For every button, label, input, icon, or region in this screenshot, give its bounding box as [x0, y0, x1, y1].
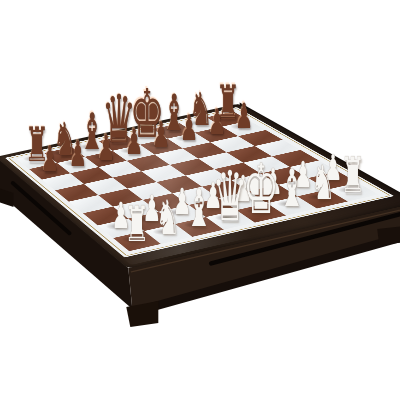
piece-white-bishop-c1: ♝	[186, 183, 213, 235]
pieces-layer: ♜♞♝♛♚♝♞♜♟♟♟♟♟♟♟♟♟♟♟♟♟♟♟♟♜♞♝♛♚♝♞♜	[0, 0, 400, 400]
piece-white-rook-a1: ♜	[124, 200, 150, 249]
piece-black-pawn-g7: ♟	[207, 105, 225, 140]
chess-set-product-photo: Angled product photo of a luxury dark-wo…	[0, 0, 400, 400]
piece-white-knight-b1: ♞	[156, 194, 181, 242]
piece-white-bishop-f1: ♝	[278, 162, 305, 214]
piece-white-rook-h1: ♜	[340, 151, 365, 200]
piece-black-pawn-a7: ♟	[41, 142, 59, 177]
piece-white-queen-d1: ♛	[212, 162, 248, 231]
piece-white-knight-g1: ♞	[310, 159, 335, 206]
piece-black-pawn-e7: ♟	[152, 117, 170, 152]
piece-black-pawn-d7: ♟	[125, 123, 143, 158]
piece-white-king-e1: ♚	[243, 155, 279, 224]
piece-black-pawn-h7: ♟	[235, 99, 253, 134]
piece-black-pawn-b7: ♟	[69, 136, 87, 171]
piece-black-pawn-c7: ♟	[97, 129, 115, 164]
piece-black-pawn-f7: ♟	[180, 111, 198, 146]
